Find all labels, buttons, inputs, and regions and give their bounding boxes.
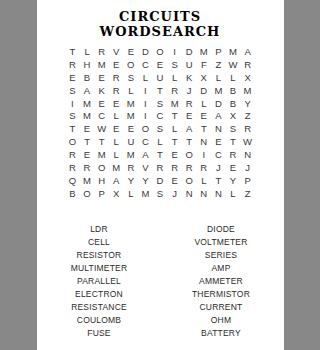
- grid-cell: D: [153, 174, 168, 187]
- grid-cell: W: [94, 122, 109, 135]
- grid-cell: X: [109, 187, 124, 200]
- grid-cell: T: [65, 122, 80, 135]
- grid-cell: V: [109, 45, 124, 58]
- grid-cell: O: [94, 161, 109, 174]
- grid-cell: O: [138, 122, 153, 135]
- grid-cell: T: [211, 174, 226, 187]
- grid-cell: R: [182, 97, 197, 110]
- grid-cell: M: [94, 58, 109, 71]
- grid-cell: N: [182, 187, 197, 200]
- grid-cell: M: [226, 45, 241, 58]
- grid-cell: U: [153, 71, 168, 84]
- grid-cell: T: [196, 122, 211, 135]
- grid-cell: Y: [240, 97, 255, 110]
- grid-cell: M: [80, 174, 95, 187]
- grid-cell: O: [153, 45, 168, 58]
- grid-cell: A: [80, 84, 95, 97]
- grid-cell: T: [80, 135, 95, 148]
- grid-cell: W: [226, 58, 241, 71]
- grid-cell: L: [138, 71, 153, 84]
- grid-cell: L: [109, 135, 124, 148]
- grid-cell: S: [65, 109, 80, 122]
- grid-cell: E: [167, 148, 182, 161]
- grid-cell: X: [226, 109, 241, 122]
- grid-cell: X: [240, 71, 255, 84]
- grid-cell: L: [226, 71, 241, 84]
- grid-cell: J: [167, 187, 182, 200]
- grid-cell: M: [124, 97, 139, 110]
- grid-cell: P: [240, 174, 255, 187]
- grid-cell: M: [167, 97, 182, 110]
- grid-cell: J: [240, 161, 255, 174]
- grid-cell: I: [138, 97, 153, 110]
- grid-cell: R: [65, 161, 80, 174]
- grid-cell: M: [211, 84, 226, 97]
- grid-cell: L: [80, 45, 95, 58]
- grid-cell: V: [138, 161, 153, 174]
- word-item: BATTERY: [201, 327, 241, 340]
- word-item: SERIES: [205, 249, 237, 262]
- title-line-1: CIRCUITS: [37, 9, 284, 24]
- grid-cell: D: [196, 84, 211, 97]
- grid-cell: M: [124, 148, 139, 161]
- grid-cell: S: [226, 122, 241, 135]
- grid-cell: E: [124, 45, 139, 58]
- grid-cell: P: [94, 187, 109, 200]
- grid-cell: C: [138, 135, 153, 148]
- grid-cell: O: [182, 148, 197, 161]
- grid-cell: Z: [211, 58, 226, 71]
- grid-cell: I: [138, 84, 153, 97]
- word-item: CELL: [88, 236, 110, 249]
- word-list-left: LDRCELLRESISTORMULTIMETERPARALLELELECTRO…: [55, 223, 143, 340]
- grid-cell: L: [124, 84, 139, 97]
- grid-cell: I: [65, 97, 80, 110]
- grid-cell: Y: [124, 174, 139, 187]
- grid-cell: R: [124, 161, 139, 174]
- grid-cell: M: [80, 97, 95, 110]
- grid-cell: S: [124, 71, 139, 84]
- grid-cell: L: [153, 135, 168, 148]
- grid-cell: L: [167, 71, 182, 84]
- grid-cell: E: [109, 58, 124, 71]
- word-list-right: DIODEVOLTMETERSERIESAMPAMMETERTHERMISTOR…: [177, 223, 265, 340]
- puzzle-title: CIRCUITS WORDSEARCH: [37, 9, 284, 39]
- grid-container: TLRVEDOIDMPMARHMEOCESUFZWREBERSLULKXLLXS…: [37, 45, 284, 200]
- grid-cell: M: [94, 148, 109, 161]
- grid-cell: E: [80, 148, 95, 161]
- grid-cell: E: [65, 71, 80, 84]
- grid-cell: L: [211, 71, 226, 84]
- grid-cell: T: [153, 84, 168, 97]
- grid-cell: T: [167, 109, 182, 122]
- grid-cell: Y: [226, 174, 241, 187]
- grid-cell: I: [138, 109, 153, 122]
- grid-cell: E: [109, 97, 124, 110]
- grid-cell: R: [167, 161, 182, 174]
- grid-cell: N: [211, 187, 226, 200]
- grid-cell: L: [167, 122, 182, 135]
- grid-cell: M: [240, 84, 255, 97]
- grid-cell: R: [182, 161, 197, 174]
- grid-cell: R: [226, 148, 241, 161]
- grid-cell: E: [94, 97, 109, 110]
- grid-cell: M: [109, 161, 124, 174]
- word-item: THERMISTOR: [192, 288, 250, 301]
- grid-cell: W: [240, 135, 255, 148]
- word-item: OHM: [211, 314, 231, 327]
- grid-cell: S: [65, 84, 80, 97]
- grid-cell: K: [182, 71, 197, 84]
- grid-cell: H: [80, 58, 95, 71]
- grid-cell: L: [226, 187, 241, 200]
- grid-cell: T: [167, 135, 182, 148]
- grid-cell: M: [138, 187, 153, 200]
- grid-cell: T: [153, 148, 168, 161]
- grid-cell: T: [94, 135, 109, 148]
- grid-cell: R: [65, 148, 80, 161]
- grid-cell: B: [226, 84, 241, 97]
- grid-cell: Y: [138, 174, 153, 187]
- grid-cell: T: [226, 135, 241, 148]
- word-item: MULTIMETER: [71, 262, 128, 275]
- grid-cell: O: [65, 135, 80, 148]
- grid-cell: R: [109, 71, 124, 84]
- grid-cell: E: [124, 122, 139, 135]
- word-item: PARALLEL: [77, 275, 121, 288]
- word-list: LDRCELLRESISTORMULTIMETERPARALLELELECTRO…: [37, 223, 284, 340]
- word-item: FUSE: [87, 327, 110, 340]
- grid-cell: A: [240, 45, 255, 58]
- grid-cell: E: [196, 109, 211, 122]
- grid-cell: R: [167, 84, 182, 97]
- grid-cell: E: [94, 71, 109, 84]
- grid-cell: N: [196, 187, 211, 200]
- grid-cell: E: [182, 109, 197, 122]
- word-item: ELECTRON: [75, 288, 123, 301]
- wordsearch-grid: TLRVEDOIDMPMARHMEOCESUFZWREBERSLULKXLLXS…: [65, 45, 255, 200]
- grid-cell: N: [196, 135, 211, 148]
- grid-cell: R: [65, 58, 80, 71]
- grid-cell: B: [226, 97, 241, 110]
- grid-cell: A: [182, 122, 197, 135]
- grid-cell: L: [124, 187, 139, 200]
- grid-cell: B: [65, 187, 80, 200]
- word-item: CURRENT: [200, 301, 243, 314]
- grid-cell: O: [80, 187, 95, 200]
- grid-cell: R: [196, 161, 211, 174]
- grid-cell: E: [153, 58, 168, 71]
- grid-cell: M: [124, 109, 139, 122]
- grid-cell: J: [211, 161, 226, 174]
- grid-cell: S: [167, 58, 182, 71]
- grid-cell: D: [138, 45, 153, 58]
- grid-cell: D: [211, 97, 226, 110]
- title-line-2: WORDSEARCH: [37, 24, 284, 39]
- grid-cell: E: [226, 161, 241, 174]
- grid-cell: Z: [240, 187, 255, 200]
- grid-cell: R: [240, 122, 255, 135]
- grid-cell: R: [153, 161, 168, 174]
- grid-cell: O: [124, 58, 139, 71]
- worksheet-page: CIRCUITS WORDSEARCH TLRVEDOIDMPMARHMEOCE…: [37, 0, 284, 350]
- grid-cell: C: [138, 58, 153, 71]
- grid-cell: Q: [65, 174, 80, 187]
- grid-cell: C: [94, 109, 109, 122]
- grid-cell: L: [196, 174, 211, 187]
- grid-cell: I: [196, 148, 211, 161]
- grid-cell: E: [211, 135, 226, 148]
- grid-cell: Z: [240, 109, 255, 122]
- word-item: AMP: [211, 262, 230, 275]
- grid-cell: T: [65, 45, 80, 58]
- word-item: VOLTMETER: [194, 236, 247, 249]
- grid-cell: O: [182, 174, 197, 187]
- grid-cell: K: [94, 84, 109, 97]
- grid-cell: S: [153, 122, 168, 135]
- grid-cell: F: [196, 58, 211, 71]
- grid-cell: J: [182, 84, 197, 97]
- grid-cell: X: [196, 71, 211, 84]
- grid-cell: M: [80, 109, 95, 122]
- grid-cell: A: [109, 174, 124, 187]
- word-item: RESISTANCE: [71, 301, 127, 314]
- word-item: AMMETER: [199, 275, 243, 288]
- grid-cell: A: [138, 148, 153, 161]
- word-item: DIODE: [207, 223, 235, 236]
- grid-cell: D: [182, 45, 197, 58]
- grid-cell: L: [196, 97, 211, 110]
- grid-cell: E: [109, 122, 124, 135]
- word-item: RESISTOR: [77, 249, 122, 262]
- word-item: LDR: [90, 223, 108, 236]
- grid-cell: S: [153, 97, 168, 110]
- grid-cell: E: [167, 174, 182, 187]
- grid-cell: U: [182, 58, 197, 71]
- grid-cell: P: [211, 45, 226, 58]
- grid-cell: A: [211, 109, 226, 122]
- grid-cell: R: [94, 45, 109, 58]
- grid-cell: I: [167, 45, 182, 58]
- grid-cell: R: [240, 58, 255, 71]
- grid-cell: C: [153, 109, 168, 122]
- grid-cell: N: [240, 148, 255, 161]
- grid-cell: S: [153, 187, 168, 200]
- grid-cell: L: [109, 148, 124, 161]
- word-item: COULOMB: [77, 314, 121, 327]
- grid-cell: L: [109, 109, 124, 122]
- grid-cell: E: [80, 122, 95, 135]
- grid-cell: C: [211, 148, 226, 161]
- grid-cell: R: [109, 84, 124, 97]
- grid-cell: U: [124, 135, 139, 148]
- grid-cell: T: [182, 135, 197, 148]
- grid-cell: N: [211, 122, 226, 135]
- grid-cell: R: [80, 161, 95, 174]
- grid-cell: H: [94, 174, 109, 187]
- grid-cell: M: [196, 45, 211, 58]
- grid-cell: B: [80, 71, 95, 84]
